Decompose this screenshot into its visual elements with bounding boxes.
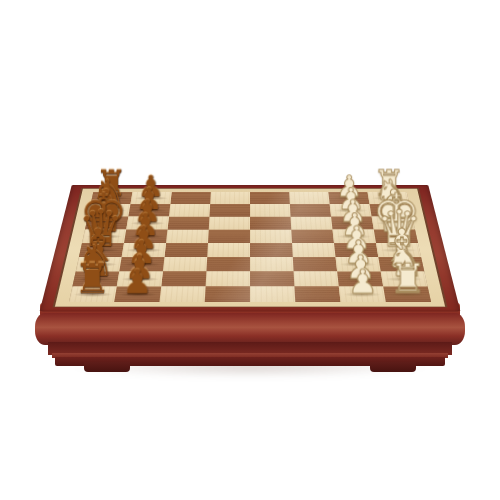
board-squares: ♜♟♟♜♞♟♟♞♝♟♟♝♚♟♟♚♛♟♟♛♝♟♟♝♞♟♟♞♜♟♟♜ [69, 192, 431, 302]
square-c6 [163, 257, 207, 271]
square-e4 [250, 230, 292, 243]
square-g6 [169, 204, 210, 217]
piece-black-rook: ♜ [74, 258, 111, 299]
piece-white-rook: ♜ [389, 258, 426, 299]
square-a2: ♟ [339, 286, 386, 302]
square-d4 [250, 243, 293, 257]
board-maple-border: ♜♟♟♜♞♟♟♞♝♟♟♝♚♟♟♚♛♟♟♛♝♟♟♝♞♟♟♞♜♟♟♜ [53, 188, 448, 307]
square-d5 [207, 243, 250, 257]
square-a3 [294, 286, 340, 302]
square-h5 [210, 192, 250, 204]
square-b4 [250, 271, 294, 286]
square-e3 [291, 230, 334, 243]
plinth-molding [35, 313, 465, 345]
square-g4 [250, 204, 291, 217]
piece-white-pawn: ♟ [348, 265, 378, 298]
square-b3 [294, 271, 339, 286]
product-photo: ♜♟♟♜♞♟♟♞♝♟♟♝♚♟♟♚♛♟♟♛♝♟♟♝♞♟♟♞♜♟♟♜ [0, 0, 500, 500]
square-h4 [250, 192, 290, 204]
square-f4 [250, 217, 291, 230]
square-h3 [289, 192, 330, 204]
square-d3 [292, 243, 336, 257]
square-a6 [159, 286, 205, 302]
piece-black-pawn: ♟ [122, 265, 152, 298]
square-h6 [170, 192, 211, 204]
square-a4 [250, 286, 295, 302]
board-frame-bevel: ♜♟♟♜♞♟♟♞♝♟♟♝♚♟♟♚♛♟♟♛♝♟♟♝♞♟♟♞♜♟♟♜ [40, 185, 461, 312]
square-e6 [166, 230, 209, 243]
square-c5 [206, 257, 250, 271]
square-e5 [208, 230, 250, 243]
plinth-foot-right [370, 362, 416, 372]
square-g3 [290, 204, 331, 217]
square-f3 [291, 217, 333, 230]
plinth-foot-left [84, 362, 130, 372]
square-b6 [161, 271, 206, 286]
square-a8: ♜ [69, 286, 117, 302]
square-g5 [209, 204, 250, 217]
square-a7: ♟ [114, 286, 161, 302]
square-f5 [209, 217, 250, 230]
square-f6 [167, 217, 209, 230]
square-c4 [250, 257, 294, 271]
square-a5 [205, 286, 250, 302]
square-b5 [206, 271, 250, 286]
chess-board: ♜♟♟♜♞♟♟♞♝♟♟♝♚♟♟♚♛♟♟♛♝♟♟♝♞♟♟♞♜♟♟♜ [40, 185, 461, 312]
square-c3 [293, 257, 337, 271]
square-d6 [164, 243, 208, 257]
chess-set-scene: ♜♟♟♜♞♟♟♞♝♟♟♝♚♟♟♚♛♟♟♛♝♟♟♝♞♟♟♞♜♟♟♜ [0, 0, 500, 500]
square-a1: ♜ [383, 286, 431, 302]
